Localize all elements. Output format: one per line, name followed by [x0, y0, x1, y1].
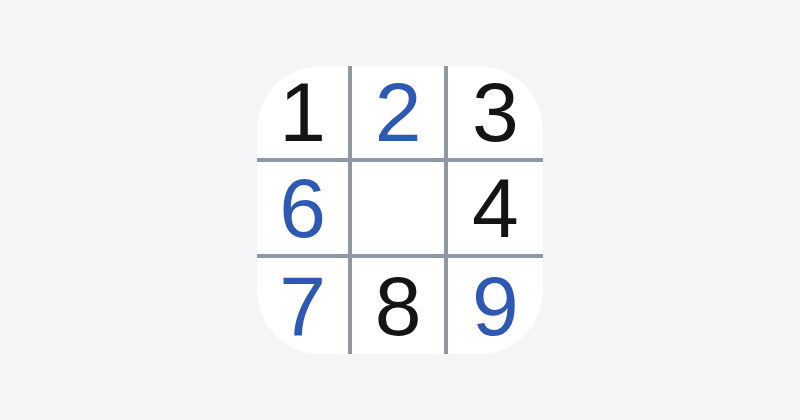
cell-r3c1: 7	[257, 258, 352, 354]
cell-r3c3: 9	[448, 258, 543, 354]
cell-r3c2: 8	[352, 258, 447, 354]
cell-r1c3: 3	[448, 66, 543, 162]
sudoku-app-icon[interactable]: 1 2 3 6 4 7 8 9	[257, 66, 543, 354]
cell-r2c2	[352, 162, 447, 258]
cell-r1c2: 2	[352, 66, 447, 162]
sudoku-grid: 1 2 3 6 4 7 8 9	[257, 66, 543, 354]
cell-r1c1: 1	[257, 66, 352, 162]
cell-r2c3: 4	[448, 162, 543, 258]
page-background: 1 2 3 6 4 7 8 9	[0, 0, 800, 420]
cell-r2c1: 6	[257, 162, 352, 258]
